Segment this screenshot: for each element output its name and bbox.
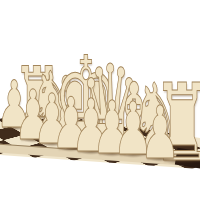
white-pawn: ♟ [140, 96, 181, 169]
chess-set-photo: ♜♞♝♚♛♝♞♜♟♟♟♟♟♟♟♟ [0, 0, 200, 200]
pieces-layer: ♜♞♝♚♛♝♞♜♟♟♟♟♟♟♟♟ [0, 0, 200, 200]
